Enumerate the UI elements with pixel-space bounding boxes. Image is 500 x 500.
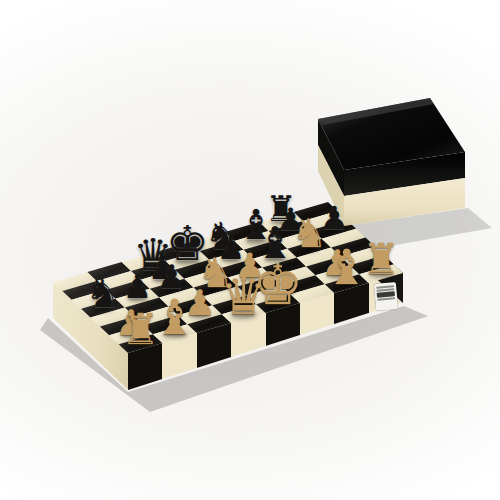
black-pawn-b5[interactable]: ♟ xyxy=(123,271,152,304)
white-bishop-g1[interactable]: ♝ xyxy=(325,243,369,292)
label-text-line xyxy=(377,297,395,301)
white-rook-a1[interactable]: ♜ xyxy=(121,308,159,351)
brand-label-sticker xyxy=(374,282,398,311)
white-queen-d1[interactable]: ♛ xyxy=(221,270,267,322)
product-photo-stage: ♜♛♚♞♝♟♟♟♟♞♟♟♝♞♞♟♟♟♟♜♝♛♚♝♜ xyxy=(0,0,500,500)
